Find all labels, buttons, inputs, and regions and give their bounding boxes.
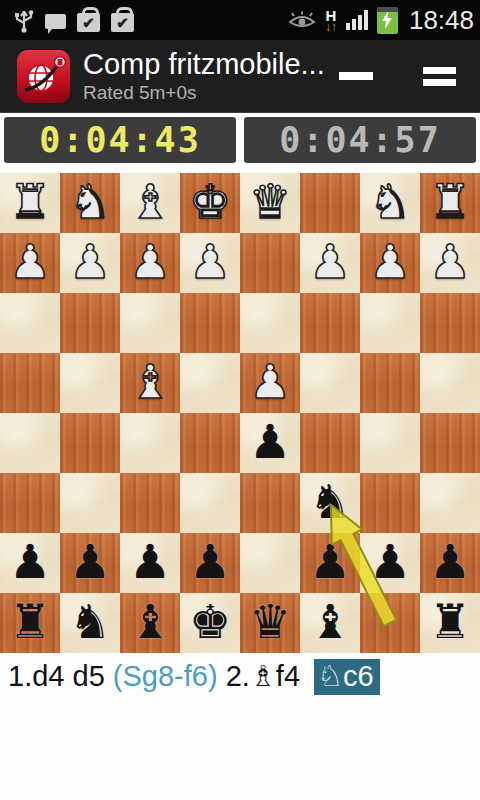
up-arrow-icon: ↑ xyxy=(331,21,337,33)
phone-screen: ✔ ✔ H ↓↑ 18:48 xyxy=(0,0,480,800)
square[interactable]: ♟ xyxy=(60,233,120,293)
square[interactable] xyxy=(300,353,360,413)
square[interactable] xyxy=(120,293,180,353)
piece-bP[interactable]: ♟ xyxy=(0,533,60,593)
square[interactable] xyxy=(360,593,420,653)
square[interactable]: ♟ xyxy=(0,233,60,293)
square[interactable]: ♛ xyxy=(240,593,300,653)
square[interactable]: ♟ xyxy=(420,233,480,293)
square[interactable] xyxy=(120,413,180,473)
square[interactable]: ♝ xyxy=(300,593,360,653)
square[interactable]: ♟ xyxy=(60,533,120,593)
move-token[interactable]: 2. xyxy=(218,660,250,692)
square[interactable]: ♜ xyxy=(0,173,60,233)
square[interactable] xyxy=(0,353,60,413)
piece-bP[interactable]: ♟ xyxy=(300,533,360,593)
checkmark-glyph: ✔ xyxy=(82,15,95,30)
move-token[interactable]: (Sg8-f6) xyxy=(113,660,218,692)
move-token[interactable]: ♘c6 xyxy=(314,659,380,695)
square[interactable]: ♚ xyxy=(180,173,240,233)
piece-wR[interactable]: ♜ xyxy=(420,173,480,233)
piece-wP[interactable]: ♟ xyxy=(120,233,180,293)
piece-bP[interactable]: ♟ xyxy=(60,533,120,593)
chess-clocks: 0:04:43 0:04:57 xyxy=(4,117,476,163)
square[interactable]: ♞ xyxy=(360,173,420,233)
move-token[interactable]: 1.d4 d5 xyxy=(8,660,113,692)
status-bar: ✔ ✔ H ↓↑ 18:48 xyxy=(0,0,480,40)
app-icon[interactable] xyxy=(16,49,71,104)
square[interactable] xyxy=(240,473,300,533)
signal-strength-icon xyxy=(346,10,368,30)
square[interactable] xyxy=(360,413,420,473)
square[interactable]: ♟ xyxy=(300,233,360,293)
piece-wP[interactable]: ♟ xyxy=(240,353,300,413)
usb-icon xyxy=(14,7,34,33)
square[interactable]: ♟ xyxy=(0,533,60,593)
piece-wB[interactable]: ♝ xyxy=(120,353,180,413)
square[interactable]: ♜ xyxy=(420,173,480,233)
clock-time: 18:48 xyxy=(409,5,474,36)
square[interactable] xyxy=(360,293,420,353)
piece-bP[interactable]: ♟ xyxy=(180,533,240,593)
square[interactable] xyxy=(180,353,240,413)
square[interactable]: ♟ xyxy=(180,233,240,293)
square[interactable]: ♛ xyxy=(240,173,300,233)
status-left-icons: ✔ ✔ xyxy=(14,7,134,33)
square[interactable]: ♝ xyxy=(120,593,180,653)
square[interactable] xyxy=(60,353,120,413)
notation-line: 1.d4 d5 (Sg8-f6) 2.♗f4 ♘c6 xyxy=(0,653,480,702)
piece-wP[interactable]: ♟ xyxy=(300,233,360,293)
app-title: Comp fritzmobile... xyxy=(83,48,325,81)
white-clock: 0:04:43 xyxy=(4,117,236,163)
title-bar: Comp fritzmobile... Rated 5m+0s xyxy=(0,40,480,113)
eye-icon xyxy=(288,10,316,30)
square[interactable]: ♟ xyxy=(240,353,300,413)
square[interactable] xyxy=(360,353,420,413)
square[interactable]: ♟ xyxy=(360,233,420,293)
status-right-icons: H ↓↑ 18:48 xyxy=(288,5,474,36)
square[interactable] xyxy=(420,293,480,353)
square[interactable]: ♟ xyxy=(300,533,360,593)
square[interactable] xyxy=(120,473,180,533)
square[interactable] xyxy=(60,293,120,353)
square[interactable]: ♟ xyxy=(420,533,480,593)
square[interactable] xyxy=(420,413,480,473)
square[interactable]: ♝ xyxy=(120,173,180,233)
piece-bP[interactable]: ♟ xyxy=(240,413,300,473)
title-actions xyxy=(339,67,470,86)
board-area: ♜♞♝♚♛♞♜♟♟♟♟♟♟♟♝♟♟♞♟♟♟♟♟♟♟♜♞♝♚♛♝♜ xyxy=(0,173,480,653)
square[interactable] xyxy=(240,293,300,353)
square[interactable]: ♞ xyxy=(60,593,120,653)
piece-bB[interactable]: ♝ xyxy=(300,593,360,653)
square[interactable]: ♜ xyxy=(0,593,60,653)
piece-bR[interactable]: ♜ xyxy=(420,593,480,653)
square[interactable]: ♚ xyxy=(180,593,240,653)
piece-wK[interactable]: ♚ xyxy=(180,173,240,233)
square[interactable] xyxy=(60,413,120,473)
square[interactable]: ♟ xyxy=(180,533,240,593)
figurine-N: ♘ xyxy=(317,659,343,693)
piece-bP[interactable]: ♟ xyxy=(120,533,180,593)
square[interactable]: ♟ xyxy=(240,413,300,473)
square[interactable]: ♞ xyxy=(300,473,360,533)
hspa-network-icon: H ↓↑ xyxy=(325,8,337,33)
figurine-B: ♗ xyxy=(250,659,276,693)
square[interactable] xyxy=(420,473,480,533)
bag-check-icon: ✔ xyxy=(111,13,134,32)
square[interactable] xyxy=(0,293,60,353)
title-text-block: Comp fritzmobile... Rated 5m+0s xyxy=(83,48,325,104)
piece-wB[interactable]: ♝ xyxy=(120,173,180,233)
square[interactable] xyxy=(300,173,360,233)
piece-wR[interactable]: ♜ xyxy=(0,173,60,233)
piece-wN[interactable]: ♞ xyxy=(60,173,120,233)
black-clock: 0:04:57 xyxy=(244,117,476,163)
square[interactable]: ♟ xyxy=(120,533,180,593)
game-mode-subtitle: Rated 5m+0s xyxy=(83,81,325,104)
chess-board[interactable]: ♜♞♝♚♛♞♜♟♟♟♟♟♟♟♝♟♟♞♟♟♟♟♟♟♟♜♞♝♚♛♝♜ xyxy=(0,173,480,653)
square[interactable] xyxy=(300,293,360,353)
square[interactable] xyxy=(0,413,60,473)
piece-wQ[interactable]: ♛ xyxy=(240,173,300,233)
move-token[interactable]: ♗f4 xyxy=(250,660,308,692)
piece-wP[interactable]: ♟ xyxy=(180,233,240,293)
square[interactable] xyxy=(180,413,240,473)
piece-wP[interactable]: ♟ xyxy=(360,233,420,293)
piece-bN[interactable]: ♞ xyxy=(60,593,120,653)
square[interactable] xyxy=(0,473,60,533)
square[interactable]: ♟ xyxy=(360,533,420,593)
lightning-bolt-icon xyxy=(381,11,393,29)
square[interactable] xyxy=(240,233,300,293)
square[interactable] xyxy=(180,293,240,353)
square[interactable] xyxy=(360,473,420,533)
piece-wP[interactable]: ♟ xyxy=(420,233,480,293)
square[interactable]: ♜ xyxy=(420,593,480,653)
checkmark-glyph: ✔ xyxy=(116,15,129,30)
square[interactable] xyxy=(60,473,120,533)
square[interactable] xyxy=(240,533,300,593)
square[interactable]: ♞ xyxy=(60,173,120,233)
piece-wN[interactable]: ♞ xyxy=(360,173,420,233)
piece-wP[interactable]: ♟ xyxy=(60,233,120,293)
square[interactable] xyxy=(300,413,360,473)
chat-icon xyxy=(45,14,66,29)
piece-bK[interactable]: ♚ xyxy=(180,593,240,653)
piece-bB[interactable]: ♝ xyxy=(120,593,180,653)
piece-bP[interactable]: ♟ xyxy=(420,533,480,593)
piece-bQ[interactable]: ♛ xyxy=(240,593,300,653)
menu-icon[interactable] xyxy=(423,67,456,86)
piece-bP[interactable]: ♟ xyxy=(360,533,420,593)
square[interactable] xyxy=(420,353,480,413)
piece-bN[interactable]: ♞ xyxy=(300,473,360,533)
battery-icon xyxy=(377,7,398,34)
square[interactable]: ♟ xyxy=(120,233,180,293)
piece-bR[interactable]: ♜ xyxy=(0,593,60,653)
square[interactable]: ♝ xyxy=(120,353,180,413)
bag-check-icon: ✔ xyxy=(77,13,100,32)
square[interactable] xyxy=(180,473,240,533)
minimize-icon[interactable] xyxy=(339,72,373,80)
piece-wP[interactable]: ♟ xyxy=(0,233,60,293)
